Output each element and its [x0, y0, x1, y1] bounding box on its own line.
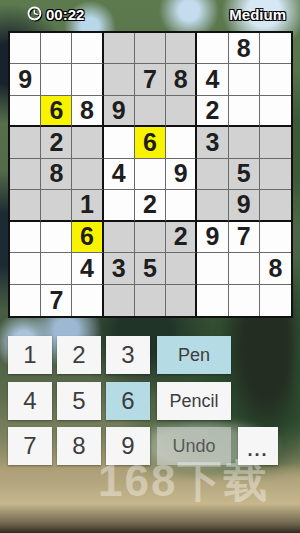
cell-r2c2[interactable]: [41, 64, 72, 95]
cell-r1c9[interactable]: [260, 33, 291, 64]
cell-r6c4[interactable]: [104, 190, 135, 221]
cell-r1c4[interactable]: [104, 33, 135, 64]
num-button-9[interactable]: 9: [106, 427, 150, 465]
keypad-row-2: 4 5 6 Pencil: [8, 382, 294, 420]
cell-r7c3[interactable]: 6: [72, 222, 103, 253]
cell-r6c8[interactable]: 9: [229, 190, 260, 221]
num-button-2[interactable]: 2: [57, 336, 101, 374]
cell-r8c6[interactable]: [166, 253, 197, 284]
cell-r9c6[interactable]: [166, 285, 197, 316]
cell-r4c4[interactable]: [104, 127, 135, 158]
cell-r5c9[interactable]: [260, 159, 291, 190]
cell-r5c6[interactable]: 9: [166, 159, 197, 190]
pen-button[interactable]: Pen: [157, 336, 231, 374]
cell-r3c9[interactable]: [260, 96, 291, 127]
cell-r7c5[interactable]: [135, 222, 166, 253]
cell-r7c6[interactable]: 2: [166, 222, 197, 253]
cell-r2c6[interactable]: 8: [166, 64, 197, 95]
cell-r8c7[interactable]: [197, 253, 228, 284]
cell-r6c3[interactable]: 1: [72, 190, 103, 221]
cell-r9c8[interactable]: [229, 285, 260, 316]
cell-r6c9[interactable]: [260, 190, 291, 221]
cell-r1c7[interactable]: [197, 33, 228, 64]
cell-r2c8[interactable]: [229, 64, 260, 95]
cell-r4c6[interactable]: [166, 127, 197, 158]
cell-r4c1[interactable]: [10, 127, 41, 158]
cell-r8c4[interactable]: 3: [104, 253, 135, 284]
cell-r6c1[interactable]: [10, 190, 41, 221]
cell-r7c1[interactable]: [10, 222, 41, 253]
sudoku-board: 8978468922638495129629743587: [8, 31, 293, 318]
cell-r9c4[interactable]: [104, 285, 135, 316]
num-button-1[interactable]: 1: [8, 336, 52, 374]
cell-r5c1[interactable]: [10, 159, 41, 190]
num-button-6[interactable]: 6: [106, 382, 150, 420]
cell-r4c7[interactable]: 3: [197, 127, 228, 158]
cell-r9c3[interactable]: [72, 285, 103, 316]
cell-r1c3[interactable]: [72, 33, 103, 64]
cell-r9c2[interactable]: 7: [41, 285, 72, 316]
cell-r3c4[interactable]: 9: [104, 96, 135, 127]
timer: 00:22: [27, 6, 84, 24]
app-screen: 00:22 Medium 897846892263849512962974358…: [0, 0, 300, 533]
keypad-row-1: 1 2 3 Pen: [8, 336, 294, 374]
undo-button[interactable]: Undo: [157, 427, 231, 465]
cell-r3c1[interactable]: [10, 96, 41, 127]
cell-r3c8[interactable]: [229, 96, 260, 127]
cell-r2c5[interactable]: 7: [135, 64, 166, 95]
cell-r9c9[interactable]: [260, 285, 291, 316]
cell-r5c7[interactable]: [197, 159, 228, 190]
cell-r7c4[interactable]: [104, 222, 135, 253]
cell-r1c6[interactable]: [166, 33, 197, 64]
cell-r8c2[interactable]: [41, 253, 72, 284]
cell-r4c2[interactable]: 2: [41, 127, 72, 158]
keypad-row-3: 7 8 9 Undo ...: [8, 427, 294, 465]
difficulty-label: Medium: [229, 6, 286, 23]
cell-r3c6[interactable]: [166, 96, 197, 127]
cell-r9c5[interactable]: [135, 285, 166, 316]
num-button-7[interactable]: 7: [8, 427, 52, 465]
cell-r9c7[interactable]: [197, 285, 228, 316]
cell-r7c8[interactable]: 7: [229, 222, 260, 253]
num-button-4[interactable]: 4: [8, 382, 52, 420]
cell-r8c9[interactable]: 8: [260, 253, 291, 284]
time-label: 00:22: [46, 6, 84, 23]
clock-icon: [27, 6, 42, 24]
cell-r2c9[interactable]: [260, 64, 291, 95]
cell-r8c3[interactable]: 4: [72, 253, 103, 284]
cell-r1c8[interactable]: 8: [229, 33, 260, 64]
cell-r3c3[interactable]: 8: [72, 96, 103, 127]
cell-r2c1[interactable]: 9: [10, 64, 41, 95]
cell-r8c8[interactable]: [229, 253, 260, 284]
cell-r3c5[interactable]: [135, 96, 166, 127]
cell-r4c5[interactable]: 6: [135, 127, 166, 158]
cell-r4c8[interactable]: [229, 127, 260, 158]
cell-r2c7[interactable]: 4: [197, 64, 228, 95]
cell-r6c2[interactable]: [41, 190, 72, 221]
cell-r4c3[interactable]: [72, 127, 103, 158]
top-bar: 00:22 Medium: [0, 0, 300, 26]
num-button-5[interactable]: 5: [57, 382, 101, 420]
cell-r9c1[interactable]: [10, 285, 41, 316]
cell-r6c7[interactable]: [197, 190, 228, 221]
cell-r3c2[interactable]: 6: [41, 96, 72, 127]
cell-r5c3[interactable]: [72, 159, 103, 190]
cell-r4c9[interactable]: [260, 127, 291, 158]
pencil-button[interactable]: Pencil: [157, 382, 231, 420]
cell-r3c7[interactable]: 2: [197, 96, 228, 127]
cell-r2c3[interactable]: [72, 64, 103, 95]
cell-r7c7[interactable]: 9: [197, 222, 228, 253]
cell-r5c8[interactable]: 5: [229, 159, 260, 190]
cell-r1c2[interactable]: [41, 33, 72, 64]
cell-r7c9[interactable]: [260, 222, 291, 253]
more-button[interactable]: ...: [238, 427, 278, 465]
cell-r6c6[interactable]: [166, 190, 197, 221]
cell-r5c2[interactable]: 8: [41, 159, 72, 190]
cell-r5c4[interactable]: 4: [104, 159, 135, 190]
cell-r1c5[interactable]: [135, 33, 166, 64]
keypad: 1 2 3 Pen 4 5 6 Pencil 7 8 9 Undo ...: [8, 336, 294, 473]
cell-r6c5[interactable]: 2: [135, 190, 166, 221]
cell-r8c5[interactable]: 5: [135, 253, 166, 284]
cell-r8c1[interactable]: [10, 253, 41, 284]
cell-r2c4[interactable]: [104, 64, 135, 95]
background-field: [0, 463, 300, 533]
cell-r7c2[interactable]: [41, 222, 72, 253]
cell-r1c1[interactable]: [10, 33, 41, 64]
num-button-8[interactable]: 8: [57, 427, 101, 465]
cell-r5c5[interactable]: [135, 159, 166, 190]
num-button-3[interactable]: 3: [106, 336, 150, 374]
